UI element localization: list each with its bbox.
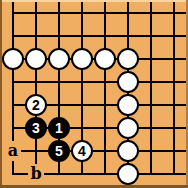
- go-board-diagram: 12345ab: [0, 0, 188, 188]
- black-stone-c2-move-5: 5: [48, 140, 70, 162]
- board-frame-left-edge: [0, 0, 2, 188]
- white-stone-c6: [48, 48, 70, 70]
- black-stone-c3-move-1: 1: [48, 117, 70, 139]
- grid-line-horizontal-row2: [12, 150, 186, 152]
- board-frame-right-edge: [186, 0, 188, 188]
- white-stone-b4-move-2: 2: [25, 94, 47, 116]
- white-stone-d6: [71, 48, 93, 70]
- white-stone-f4: [117, 94, 139, 116]
- white-stone-f1: [117, 163, 139, 185]
- grid-line-horizontal-row5: [12, 81, 186, 83]
- white-stone-f5: [117, 71, 139, 93]
- white-stone-e6: [94, 48, 116, 70]
- point-label-a: a: [5, 141, 21, 161]
- white-stone-d2-move-4: 4: [71, 140, 93, 162]
- black-stone-b3-move-3: 3: [25, 117, 47, 139]
- grid-line-horizontal-row7: [12, 35, 186, 37]
- grid-line-horizontal-row8: [12, 12, 186, 14]
- white-stone-f2: [117, 140, 139, 162]
- white-stone-b6: [25, 48, 47, 70]
- board-frame-bottom-edge: [0, 185, 188, 188]
- white-stone-f6: [117, 48, 139, 70]
- board-frame-top-edge: [0, 0, 188, 2]
- point-label-b: b: [28, 164, 44, 184]
- white-stone-f3: [117, 117, 139, 139]
- white-stone-a6: [2, 48, 24, 70]
